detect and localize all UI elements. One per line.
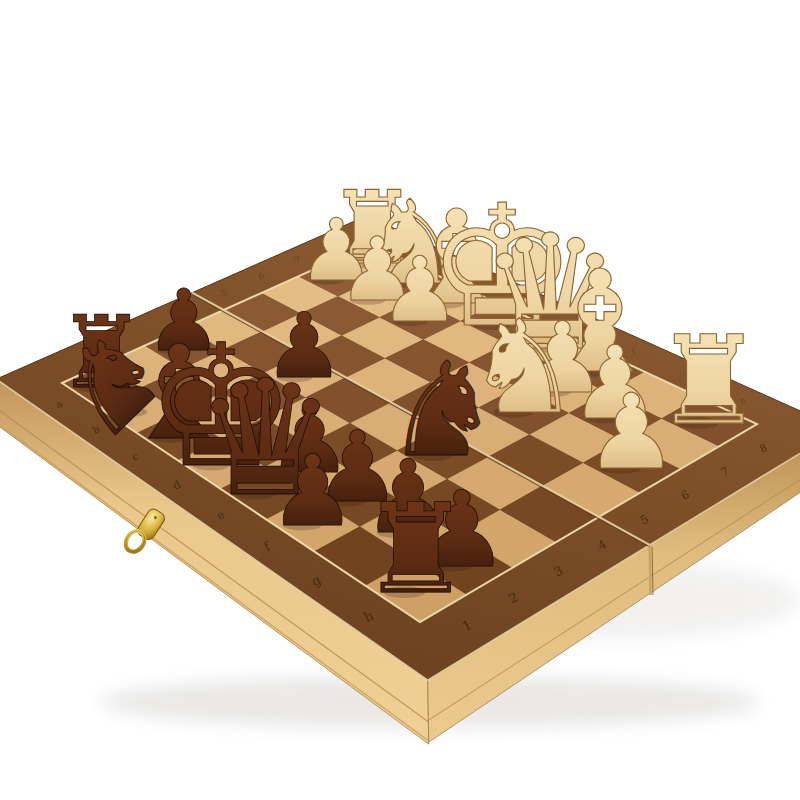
product-photo-chess-set: abcdefgh123456785678efgh♜♟♞♟♝♟♚♛♟♝♟♜♟♞♞♟… <box>0 0 800 800</box>
piece-dark-pawn-f1: ♟ <box>269 434 357 548</box>
piece-dark-rook-h1: ♜ <box>360 477 471 621</box>
photo-canvas: abcdefgh123456785678efgh♜♟♞♟♝♟♚♛♟♝♟♜♟♞♞♟… <box>0 0 800 800</box>
fold-seam-side <box>650 545 651 595</box>
piece-light-pawn-h6: ♟ <box>585 371 678 493</box>
